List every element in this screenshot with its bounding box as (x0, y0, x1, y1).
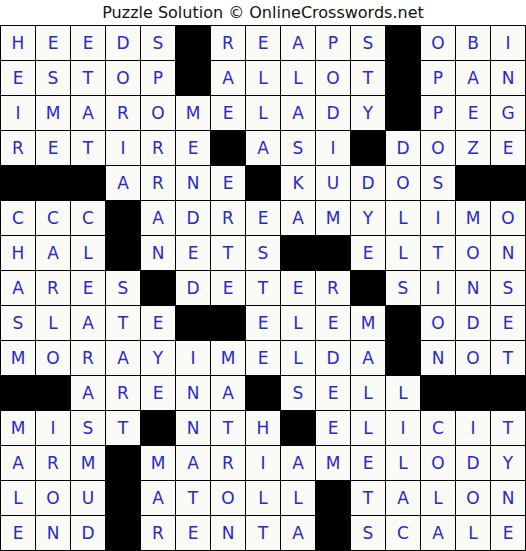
block-cell (491, 376, 525, 410)
block-cell (491, 166, 525, 200)
letter-cell: E (316, 411, 350, 445)
letter-cell: I (36, 411, 70, 445)
letter-cell: A (71, 96, 105, 130)
letter-cell: M (176, 96, 210, 130)
letter-cell: I (456, 411, 490, 445)
letter-cell: R (141, 516, 175, 550)
letter-cell: T (421, 236, 455, 270)
block-cell (386, 61, 420, 95)
letter-cell: M (1, 341, 35, 375)
letter-cell: D (351, 166, 385, 200)
letter-cell: N (491, 481, 525, 515)
letter-cell: L (281, 61, 315, 95)
block-cell (386, 306, 420, 340)
letter-cell: E (456, 96, 490, 130)
block-cell (281, 411, 315, 445)
letter-cell: E (316, 306, 350, 340)
letter-cell: L (281, 481, 315, 515)
block-cell (36, 376, 70, 410)
letter-cell: O (106, 61, 140, 95)
letter-cell: L (351, 411, 385, 445)
letter-cell: T (246, 271, 280, 305)
letter-cell: O (141, 96, 175, 130)
letter-cell: E (176, 516, 210, 550)
letter-cell: L (246, 61, 280, 95)
letter-cell: I (421, 271, 455, 305)
letter-cell: H (1, 26, 35, 60)
letter-cell: C (386, 516, 420, 550)
letter-cell: C (71, 201, 105, 235)
letter-cell: T (351, 481, 385, 515)
block-cell (176, 306, 210, 340)
letter-cell: E (281, 271, 315, 305)
letter-cell: R (211, 446, 245, 480)
letter-cell: S (36, 61, 70, 95)
letter-cell: B (456, 26, 490, 60)
letter-cell: T (71, 131, 105, 165)
block-cell (386, 26, 420, 60)
letter-cell: A (141, 201, 175, 235)
letter-cell: E (351, 446, 385, 480)
letter-cell: P (421, 61, 455, 95)
letter-cell: S (246, 236, 280, 270)
letter-cell: U (71, 481, 105, 515)
letter-cell: N (36, 516, 70, 550)
letter-cell: R (316, 271, 350, 305)
letter-cell: R (1, 131, 35, 165)
letter-cell: A (281, 516, 315, 550)
letter-cell: I (176, 341, 210, 375)
letter-cell: H (246, 411, 280, 445)
letter-cell: M (211, 341, 245, 375)
page-title: Puzzle Solution © OnlineCrosswords.net (0, 0, 526, 25)
letter-cell: M (71, 446, 105, 480)
letter-cell: L (421, 481, 455, 515)
letter-cell: I (246, 446, 280, 480)
letter-cell: E (141, 306, 175, 340)
letter-cell: O (211, 481, 245, 515)
letter-cell: N (211, 516, 245, 550)
letter-cell: L (351, 376, 385, 410)
letter-cell: T (71, 61, 105, 95)
block-cell (351, 131, 385, 165)
letter-cell: Y (141, 341, 175, 375)
letter-cell: E (491, 516, 525, 550)
letter-cell: E (246, 306, 280, 340)
block-cell (246, 166, 280, 200)
block-cell (106, 481, 140, 515)
letter-cell: A (211, 376, 245, 410)
letter-cell: L (386, 201, 420, 235)
letter-cell: S (141, 26, 175, 60)
letter-cell: R (36, 271, 70, 305)
block-cell (316, 481, 350, 515)
crossword-grid: HEEDSREAPSOBIESTOPALLOTPANIMAROMELADYPEG… (0, 25, 526, 551)
letter-cell: S (1, 306, 35, 340)
letter-cell: A (351, 341, 385, 375)
block-cell (71, 166, 105, 200)
letter-cell: P (421, 96, 455, 130)
letter-cell: O (386, 166, 420, 200)
letter-cell: T (211, 411, 245, 445)
letter-cell: R (106, 376, 140, 410)
letter-cell: Y (491, 446, 525, 480)
letter-cell: R (36, 446, 70, 480)
letter-cell: G (491, 96, 525, 130)
letter-cell: A (106, 166, 140, 200)
letter-cell: A (281, 96, 315, 130)
letter-cell: I (1, 96, 35, 130)
letter-cell: N (176, 411, 210, 445)
letter-cell: L (281, 341, 315, 375)
block-cell (456, 376, 490, 410)
block-cell (106, 201, 140, 235)
letter-cell: T (491, 341, 525, 375)
letter-cell: S (421, 166, 455, 200)
letter-cell: O (36, 341, 70, 375)
letter-cell: Y (351, 201, 385, 235)
letter-cell: I (421, 201, 455, 235)
letter-cell: M (456, 201, 490, 235)
letter-cell: E (1, 61, 35, 95)
letter-cell: R (141, 131, 175, 165)
letter-cell: N (491, 236, 525, 270)
letter-cell: T (176, 481, 210, 515)
block-cell (246, 376, 280, 410)
letter-cell: M (141, 446, 175, 480)
letter-cell: A (1, 446, 35, 480)
letter-cell: D (386, 131, 420, 165)
letter-cell: D (176, 201, 210, 235)
letter-cell: E (211, 271, 245, 305)
block-cell (386, 96, 420, 130)
letter-cell: D (176, 271, 210, 305)
letter-cell: M (36, 96, 70, 130)
block-cell (281, 236, 315, 270)
block-cell (106, 516, 140, 550)
letter-cell: L (1, 481, 35, 515)
letter-cell: N (141, 236, 175, 270)
letter-cell: R (211, 26, 245, 60)
letter-cell: L (36, 306, 70, 340)
block-cell (211, 306, 245, 340)
letter-cell: D (71, 516, 105, 550)
letter-cell: S (491, 271, 525, 305)
letter-cell: P (316, 26, 350, 60)
letter-cell: C (421, 411, 455, 445)
letter-cell: R (71, 341, 105, 375)
letter-cell: L (386, 376, 420, 410)
letter-cell: T (106, 306, 140, 340)
letter-cell: A (421, 516, 455, 550)
letter-cell: E (176, 131, 210, 165)
letter-cell: O (456, 236, 490, 270)
letter-cell: H (1, 236, 35, 270)
letter-cell: C (1, 201, 35, 235)
letter-cell: A (456, 61, 490, 95)
letter-cell: E (36, 26, 70, 60)
letter-cell: L (281, 306, 315, 340)
letter-cell: E (176, 236, 210, 270)
letter-cell: I (106, 131, 140, 165)
letter-cell: S (281, 376, 315, 410)
block-cell (1, 166, 35, 200)
letter-cell: O (421, 446, 455, 480)
letter-cell: S (281, 131, 315, 165)
letter-cell: I (386, 411, 420, 445)
letter-cell: A (281, 201, 315, 235)
letter-cell: E (141, 376, 175, 410)
letter-cell: A (71, 306, 105, 340)
letter-cell: T (491, 411, 525, 445)
letter-cell: A (1, 271, 35, 305)
letter-cell: L (386, 236, 420, 270)
letter-cell: L (386, 446, 420, 480)
letter-cell: O (316, 61, 350, 95)
letter-cell: S (351, 516, 385, 550)
letter-cell: D (106, 26, 140, 60)
puzzle-solution-page: Puzzle Solution © OnlineCrosswords.net H… (0, 0, 526, 551)
letter-cell: A (141, 481, 175, 515)
letter-cell: C (36, 201, 70, 235)
letter-cell: A (281, 26, 315, 60)
block-cell (141, 411, 175, 445)
letter-cell: M (351, 306, 385, 340)
letter-cell: L (246, 96, 280, 130)
letter-cell: M (316, 201, 350, 235)
letter-cell: N (176, 376, 210, 410)
letter-cell: Y (351, 96, 385, 130)
letter-cell: A (106, 341, 140, 375)
letter-cell: T (211, 236, 245, 270)
letter-cell: O (421, 131, 455, 165)
block-cell (316, 236, 350, 270)
letter-cell: M (1, 411, 35, 445)
block-cell (176, 26, 210, 60)
letter-cell: A (386, 481, 420, 515)
letter-cell: N (491, 61, 525, 95)
letter-cell: E (71, 26, 105, 60)
letter-cell: T (351, 61, 385, 95)
letter-cell: A (36, 236, 70, 270)
letter-cell: E (316, 376, 350, 410)
block-cell (351, 271, 385, 305)
letter-cell: R (211, 201, 245, 235)
letter-cell: D (316, 96, 350, 130)
block-cell (176, 61, 210, 95)
letter-cell: N (456, 271, 490, 305)
letter-cell: M (316, 446, 350, 480)
block-cell (106, 446, 140, 480)
block-cell (316, 516, 350, 550)
letter-cell: S (71, 411, 105, 445)
letter-cell: D (456, 446, 490, 480)
block-cell (211, 131, 245, 165)
block-cell (36, 166, 70, 200)
letter-cell: O (491, 201, 525, 235)
letter-cell: S (386, 271, 420, 305)
block-cell (421, 376, 455, 410)
letter-cell: A (211, 61, 245, 95)
letter-cell: E (246, 201, 280, 235)
letter-cell: E (211, 96, 245, 130)
letter-cell: K (281, 166, 315, 200)
letter-cell: N (176, 166, 210, 200)
letter-cell: E (491, 131, 525, 165)
block-cell (456, 166, 490, 200)
letter-cell: D (456, 306, 490, 340)
letter-cell: T (246, 516, 280, 550)
letter-cell: A (176, 446, 210, 480)
letter-cell: E (1, 516, 35, 550)
letter-cell: E (246, 341, 280, 375)
letter-cell: O (36, 481, 70, 515)
letter-cell: R (106, 96, 140, 130)
letter-cell: A (71, 376, 105, 410)
letter-cell: L (456, 516, 490, 550)
letter-cell: E (491, 306, 525, 340)
letter-cell: I (491, 26, 525, 60)
letter-cell: A (246, 131, 280, 165)
letter-cell: L (71, 236, 105, 270)
letter-cell: D (316, 341, 350, 375)
block-cell (1, 376, 35, 410)
letter-cell: E (211, 166, 245, 200)
block-cell (106, 236, 140, 270)
letter-cell: O (421, 306, 455, 340)
block-cell (141, 271, 175, 305)
letter-cell: O (421, 26, 455, 60)
letter-cell: O (456, 341, 490, 375)
letter-cell: E (246, 26, 280, 60)
letter-cell: S (106, 271, 140, 305)
letter-cell: U (316, 166, 350, 200)
letter-cell: N (421, 341, 455, 375)
letter-cell: R (141, 166, 175, 200)
letter-cell: S (351, 26, 385, 60)
letter-cell: P (141, 61, 175, 95)
letter-cell: E (71, 271, 105, 305)
letter-cell: L (246, 481, 280, 515)
block-cell (386, 341, 420, 375)
letter-cell: E (351, 236, 385, 270)
letter-cell: T (106, 411, 140, 445)
letter-cell: E (36, 131, 70, 165)
letter-cell: I (316, 131, 350, 165)
letter-cell: A (281, 446, 315, 480)
letter-cell: O (456, 481, 490, 515)
letter-cell: Z (456, 131, 490, 165)
